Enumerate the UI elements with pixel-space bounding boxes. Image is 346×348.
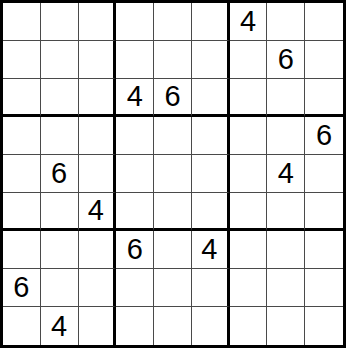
cell-r9c1[interactable] [3,307,41,345]
cell-r8c1[interactable]: 6 [3,269,41,307]
cell-r5c5[interactable] [154,155,192,193]
cell-r9c4[interactable] [116,307,154,345]
cell-r6c9[interactable] [305,193,343,231]
cell-r3c8[interactable] [267,79,305,117]
cell-r4c1[interactable] [3,117,41,155]
cell-r6c3[interactable]: 4 [79,193,117,231]
cell-r4c3[interactable] [79,117,117,155]
cell-r1c8[interactable] [267,3,305,41]
cell-r2c1[interactable] [3,41,41,79]
given-digit: 6 [164,82,180,111]
cell-r5c1[interactable] [3,155,41,193]
cell-r5c3[interactable] [79,155,117,193]
cell-r4c9[interactable]: 6 [305,117,343,155]
cell-r7c9[interactable] [305,231,343,269]
given-digit: 4 [88,196,104,225]
cell-r1c5[interactable] [154,3,192,41]
cell-r6c7[interactable] [230,193,268,231]
cell-r7c6[interactable]: 4 [192,231,230,269]
cell-r7c7[interactable] [230,231,268,269]
cell-r9c3[interactable] [79,307,117,345]
cell-r4c8[interactable] [267,117,305,155]
given-digit: 6 [127,235,143,264]
cell-r6c1[interactable] [3,193,41,231]
given-digit: 4 [127,82,143,111]
given-digit: 6 [13,273,29,302]
cell-r6c6[interactable] [192,193,230,231]
cell-r6c5[interactable] [154,193,192,231]
given-digit: 4 [240,7,256,36]
cell-r3c9[interactable] [305,79,343,117]
cell-r2c2[interactable] [41,41,79,79]
cell-r7c3[interactable] [79,231,117,269]
cell-r9c7[interactable] [230,307,268,345]
cell-r7c2[interactable] [41,231,79,269]
cell-r2c6[interactable] [192,41,230,79]
cell-r2c9[interactable] [305,41,343,79]
given-digit: 6 [278,45,294,74]
cell-r7c4[interactable]: 6 [116,231,154,269]
given-digit: 4 [201,235,217,264]
cell-r6c2[interactable] [41,193,79,231]
cell-r3c6[interactable] [192,79,230,117]
cell-r8c9[interactable] [305,269,343,307]
cell-r2c7[interactable] [230,41,268,79]
cell-r2c5[interactable] [154,41,192,79]
cell-r4c5[interactable] [154,117,192,155]
cell-r1c3[interactable] [79,3,117,41]
cell-r9c9[interactable] [305,307,343,345]
cell-r8c8[interactable] [267,269,305,307]
cell-r5c2[interactable]: 6 [41,155,79,193]
cell-r5c9[interactable] [305,155,343,193]
cell-r6c8[interactable] [267,193,305,231]
cell-r4c4[interactable] [116,117,154,155]
given-digit: 6 [316,121,332,150]
cell-r1c7[interactable]: 4 [230,3,268,41]
cell-r7c1[interactable] [3,231,41,269]
cell-r7c8[interactable] [267,231,305,269]
cell-r8c3[interactable] [79,269,117,307]
cell-r4c6[interactable] [192,117,230,155]
cell-r8c6[interactable] [192,269,230,307]
cell-r3c7[interactable] [230,79,268,117]
cell-r9c5[interactable] [154,307,192,345]
cell-r7c5[interactable] [154,231,192,269]
given-digit: 6 [51,159,67,188]
cell-r1c4[interactable] [116,3,154,41]
cell-r2c4[interactable] [116,41,154,79]
cell-r3c1[interactable] [3,79,41,117]
given-digit: 4 [278,159,294,188]
cell-r3c2[interactable] [41,79,79,117]
cell-r8c2[interactable] [41,269,79,307]
cell-r1c6[interactable] [192,3,230,41]
cell-r8c7[interactable] [230,269,268,307]
cell-r1c9[interactable] [305,3,343,41]
cell-r4c2[interactable] [41,117,79,155]
cell-r9c8[interactable] [267,307,305,345]
cell-r4c7[interactable] [230,117,268,155]
sudoku-board: 464666446464 [0,0,346,348]
cell-r5c6[interactable] [192,155,230,193]
cell-r3c5[interactable]: 6 [154,79,192,117]
cell-r1c1[interactable] [3,3,41,41]
cell-r5c8[interactable]: 4 [267,155,305,193]
cell-r1c2[interactable] [41,3,79,41]
cell-r9c2[interactable]: 4 [41,307,79,345]
cell-r6c4[interactable] [116,193,154,231]
given-digit: 4 [51,312,67,341]
cell-r8c4[interactable] [116,269,154,307]
cell-r3c3[interactable] [79,79,117,117]
cell-r5c7[interactable] [230,155,268,193]
cell-r8c5[interactable] [154,269,192,307]
cell-r3c4[interactable]: 4 [116,79,154,117]
cell-r2c3[interactable] [79,41,117,79]
cell-r2c8[interactable]: 6 [267,41,305,79]
cell-r5c4[interactable] [116,155,154,193]
cell-r9c6[interactable] [192,307,230,345]
